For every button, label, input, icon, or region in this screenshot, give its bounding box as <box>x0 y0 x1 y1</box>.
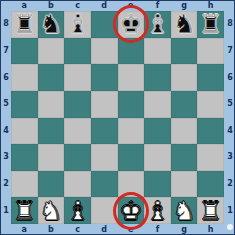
square-c7[interactable] <box>64 38 91 65</box>
square-a4[interactable] <box>11 118 38 145</box>
square-h5[interactable] <box>197 91 224 118</box>
square-f5[interactable] <box>144 91 171 118</box>
corner-dot <box>227 224 233 230</box>
square-h3[interactable] <box>197 144 224 171</box>
square-b4[interactable] <box>38 118 65 145</box>
rank-label-right-3: 3 <box>224 152 235 162</box>
square-c8[interactable]: ♝♗ <box>64 11 91 38</box>
piece-white-bishop-icon: ♝♗ <box>66 198 89 224</box>
square-a8[interactable]: ♜♖ <box>11 11 38 38</box>
square-e7[interactable] <box>118 38 145 65</box>
square-a6[interactable] <box>11 64 38 91</box>
square-g6[interactable] <box>171 64 198 91</box>
file-label-bottom-g: g <box>178 225 190 235</box>
square-h4[interactable] <box>197 118 224 145</box>
square-d6[interactable] <box>91 64 118 91</box>
piece-white-king-icon: ♚♔ <box>119 198 142 224</box>
chess-board-frame: ♜♖♞♘♝♗♚♔♝♗♞♘♜♖♜♖♞♘♝♗♚♔♝♗♞♘♜♖ aabbccddeef… <box>0 0 235 235</box>
file-label-bottom-a: a <box>18 225 30 235</box>
square-h1[interactable]: ♜♖ <box>197 197 224 224</box>
square-c4[interactable] <box>64 118 91 145</box>
file-label-bottom-c: c <box>72 225 84 235</box>
square-b3[interactable] <box>38 144 65 171</box>
file-label-bottom-h: h <box>205 225 217 235</box>
square-f8[interactable]: ♝♗ <box>144 11 171 38</box>
rank-label-left-3: 3 <box>1 152 11 162</box>
rank-label-left-5: 5 <box>1 99 11 109</box>
rank-label-right-5: 5 <box>224 99 235 109</box>
square-b2[interactable] <box>38 171 65 198</box>
square-e3[interactable] <box>118 144 145 171</box>
file-label-bottom-e: e <box>125 225 137 235</box>
square-f2[interactable] <box>144 171 171 198</box>
square-d5[interactable] <box>91 91 118 118</box>
square-f1[interactable]: ♝♗ <box>144 197 171 224</box>
square-f6[interactable] <box>144 64 171 91</box>
square-f4[interactable] <box>144 118 171 145</box>
square-g4[interactable] <box>171 118 198 145</box>
square-e5[interactable] <box>118 91 145 118</box>
square-a1[interactable]: ♜♖ <box>11 197 38 224</box>
square-g2[interactable] <box>171 171 198 198</box>
square-b6[interactable] <box>38 64 65 91</box>
square-c3[interactable] <box>64 144 91 171</box>
rank-label-left-8: 8 <box>1 19 11 29</box>
rank-label-left-6: 6 <box>1 73 11 83</box>
square-h7[interactable] <box>197 38 224 65</box>
square-g1[interactable]: ♞♘ <box>171 197 198 224</box>
rank-label-right-4: 4 <box>224 126 235 136</box>
square-b8[interactable]: ♞♘ <box>38 11 65 38</box>
square-h8[interactable]: ♜♖ <box>197 11 224 38</box>
piece-white-bishop-icon: ♝♗ <box>146 198 169 224</box>
square-d1[interactable] <box>91 197 118 224</box>
square-c6[interactable] <box>64 64 91 91</box>
file-label-bottom-d: d <box>98 225 110 235</box>
square-e6[interactable] <box>118 64 145 91</box>
square-e8[interactable]: ♚♔ <box>118 11 145 38</box>
square-c2[interactable] <box>64 171 91 198</box>
square-f7[interactable] <box>144 38 171 65</box>
square-f3[interactable] <box>144 144 171 171</box>
square-c1[interactable]: ♝♗ <box>64 197 91 224</box>
square-c5[interactable] <box>64 91 91 118</box>
square-d4[interactable] <box>91 118 118 145</box>
rank-label-left-7: 7 <box>1 46 11 56</box>
chess-board: ♜♖♞♘♝♗♚♔♝♗♞♘♜♖♜♖♞♘♝♗♚♔♝♗♞♘♜♖ <box>11 11 224 224</box>
rank-label-right-6: 6 <box>224 73 235 83</box>
square-a5[interactable] <box>11 91 38 118</box>
square-d8[interactable] <box>91 11 118 38</box>
rank-label-left-2: 2 <box>1 179 11 189</box>
rank-label-right-1: 1 <box>224 206 235 216</box>
file-label-top-d: d <box>98 1 110 11</box>
piece-black-bishop-icon: ♝♗ <box>146 11 169 37</box>
square-b7[interactable] <box>38 38 65 65</box>
square-a2[interactable] <box>11 171 38 198</box>
square-a3[interactable] <box>11 144 38 171</box>
square-d7[interactable] <box>91 38 118 65</box>
piece-white-rook-icon: ♜♖ <box>13 198 36 224</box>
piece-white-knight-icon: ♞♘ <box>39 198 62 224</box>
rank-label-left-1: 1 <box>1 206 11 216</box>
square-g8[interactable]: ♞♘ <box>171 11 198 38</box>
square-e2[interactable] <box>118 171 145 198</box>
square-g5[interactable] <box>171 91 198 118</box>
square-g3[interactable] <box>171 144 198 171</box>
piece-black-king-icon: ♚♔ <box>119 11 142 37</box>
square-e1[interactable]: ♚♔ <box>118 197 145 224</box>
rank-label-left-4: 4 <box>1 126 11 136</box>
piece-black-rook-icon: ♜♖ <box>199 11 222 37</box>
rank-label-right-7: 7 <box>224 46 235 56</box>
piece-black-bishop-icon: ♝♗ <box>66 11 89 37</box>
square-b1[interactable]: ♞♘ <box>38 197 65 224</box>
square-d2[interactable] <box>91 171 118 198</box>
square-h6[interactable] <box>197 64 224 91</box>
square-g7[interactable] <box>171 38 198 65</box>
file-label-bottom-b: b <box>45 225 57 235</box>
piece-white-rook-icon: ♜♖ <box>199 198 222 224</box>
piece-black-rook-icon: ♜♖ <box>13 11 36 37</box>
piece-white-knight-icon: ♞♘ <box>172 198 195 224</box>
square-h2[interactable] <box>197 171 224 198</box>
rank-label-right-2: 2 <box>224 179 235 189</box>
piece-black-knight-icon: ♞♘ <box>39 11 62 37</box>
rank-label-right-8: 8 <box>224 19 235 29</box>
square-e4[interactable] <box>118 118 145 145</box>
piece-black-knight-icon: ♞♘ <box>172 11 195 37</box>
file-label-bottom-f: f <box>151 225 163 235</box>
square-b5[interactable] <box>38 91 65 118</box>
square-d3[interactable] <box>91 144 118 171</box>
square-a7[interactable] <box>11 38 38 65</box>
